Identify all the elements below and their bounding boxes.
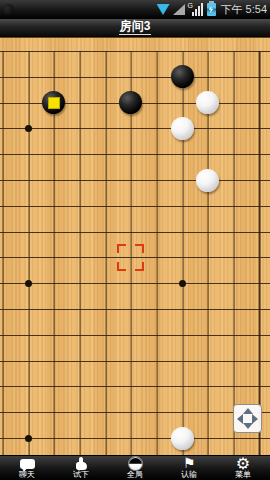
toolbar-button-label: 认输 [181, 471, 197, 479]
star-point [179, 280, 186, 287]
pan-left-arrow-icon [237, 414, 243, 424]
last-move-marker [48, 97, 60, 109]
signal-triangle-icon [173, 4, 185, 15]
toolbar-button-label: 全局 [127, 471, 143, 479]
star-point [25, 280, 32, 287]
title-bar: 房间3 [0, 19, 270, 37]
speech-bubble-icon [20, 457, 35, 470]
go-board[interactable] [0, 37, 270, 455]
pan-right-arrow-icon [252, 414, 258, 424]
battery-charging-icon [207, 3, 216, 16]
toolbar-button-flag[interactable]: ⚑认输 [162, 456, 216, 480]
network-type-label: G [188, 2, 193, 9]
star-point [25, 435, 32, 442]
notification-dim-icon [3, 4, 14, 15]
toolbar-button-speech-bubble[interactable]: 聊天 [0, 456, 54, 480]
stone-white [196, 169, 219, 192]
toolbar-button-pointing-hand[interactable]: 试下 [54, 456, 108, 480]
gear-icon: ⚙ [236, 457, 250, 470]
signal-bars-icon: G [188, 3, 203, 16]
wifi-icon [157, 4, 170, 15]
stone-black [171, 65, 194, 88]
app-screen: G 下午 5:54 房间3 聊天试下全局⚑认输⚙菜单 [0, 0, 270, 480]
pan-control-button[interactable] [233, 404, 262, 433]
toolbar-button-label: 菜单 [235, 471, 251, 479]
status-right: G 下午 5:54 [157, 0, 267, 19]
bottom-toolbar: 聊天试下全局⚑认输⚙菜单 [0, 455, 270, 480]
flag-icon: ⚑ [183, 457, 196, 470]
status-bar: G 下午 5:54 [0, 0, 270, 19]
room-title: 房间3 [119, 20, 152, 35]
toolbar-button-label: 聊天 [19, 471, 35, 479]
toolbar-button-go-stone[interactable]: 全局 [108, 456, 162, 480]
toolbar-button-label: 试下 [73, 471, 89, 479]
status-left [3, 4, 14, 15]
go-stone-icon [128, 457, 143, 470]
clock-text: 下午 5:54 [221, 0, 267, 19]
move-cursor-brackets [117, 244, 144, 271]
pointing-hand-icon [75, 457, 88, 470]
stone-white [171, 117, 194, 140]
star-point [25, 125, 32, 132]
stone-white [171, 427, 194, 450]
toolbar-button-gear[interactable]: ⚙菜单 [216, 456, 270, 480]
